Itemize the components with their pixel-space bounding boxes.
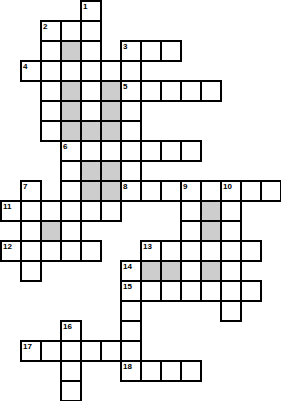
cell-c3-r6-shaded[interactable] <box>60 120 82 142</box>
cell-c7-r2[interactable] <box>140 40 162 62</box>
cell-c2-r3[interactable] <box>40 60 62 82</box>
clue-number-9: 9 <box>183 182 187 191</box>
cell-c3-r3[interactable] <box>60 60 82 82</box>
cell-c3-r10[interactable] <box>60 200 82 222</box>
cell-c7-r4[interactable] <box>140 80 162 102</box>
cell-c9-r11[interactable] <box>180 220 202 242</box>
cell-c3-r1[interactable] <box>60 20 82 42</box>
cell-c9-r4[interactable] <box>180 80 202 102</box>
cell-c3-r2-shaded[interactable] <box>60 40 82 62</box>
cell-c10-r10-shaded[interactable] <box>200 200 222 222</box>
cell-c9-r12[interactable] <box>180 240 202 262</box>
cell-c9-r10[interactable] <box>180 200 202 222</box>
clue-number-4: 4 <box>23 62 27 71</box>
clue-number-11: 11 <box>3 202 11 211</box>
cell-c6-r6[interactable] <box>120 120 142 142</box>
cell-c2-r2[interactable] <box>40 40 62 62</box>
cell-c4-r6-shaded[interactable] <box>80 120 102 142</box>
cell-c6-r14[interactable]: 15 <box>120 280 142 302</box>
cell-c0-r12[interactable]: 12 <box>0 240 22 262</box>
cell-c6-r4[interactable]: 5 <box>120 80 142 102</box>
cell-c3-r12[interactable] <box>60 240 82 262</box>
cell-c3-r7[interactable]: 6 <box>60 140 82 162</box>
crossword-puzzle: 123456789101112131415161718 <box>0 0 281 401</box>
cell-c8-r18[interactable] <box>160 360 182 382</box>
cell-c0-r10[interactable]: 11 <box>0 200 22 222</box>
cell-c1-r9[interactable]: 7 <box>20 180 42 202</box>
cell-c2-r10[interactable] <box>40 200 62 222</box>
cell-c6-r8[interactable] <box>120 160 142 182</box>
cell-c2-r17[interactable] <box>40 340 62 362</box>
clue-number-7: 7 <box>23 182 27 191</box>
cell-c8-r14[interactable] <box>160 280 182 302</box>
cell-c4-r5[interactable] <box>80 100 102 122</box>
cell-c3-r9[interactable] <box>60 180 82 202</box>
cell-c4-r9-shaded[interactable] <box>80 180 102 202</box>
cell-c5-r8-shaded[interactable] <box>100 160 122 182</box>
cell-c1-r10[interactable] <box>20 200 42 222</box>
clue-number-5: 5 <box>123 82 127 91</box>
cell-c6-r18[interactable]: 18 <box>120 360 142 382</box>
cell-c7-r13-shaded[interactable] <box>140 260 162 282</box>
cell-c11-r15[interactable] <box>220 300 242 322</box>
cell-c3-r11[interactable] <box>60 220 82 242</box>
cell-c6-r13[interactable]: 14 <box>120 260 142 282</box>
clue-number-18: 18 <box>123 362 132 371</box>
cell-c8-r2[interactable] <box>160 40 182 62</box>
cell-c6-r16[interactable] <box>120 320 142 342</box>
cell-c7-r14[interactable] <box>140 280 162 302</box>
cell-c8-r9[interactable] <box>160 180 182 202</box>
cell-c12-r12[interactable] <box>240 240 262 262</box>
clue-number-1: 1 <box>83 2 87 11</box>
clue-number-15: 15 <box>123 282 132 291</box>
cell-c6-r5[interactable] <box>120 100 142 122</box>
cell-c4-r8-shaded[interactable] <box>80 160 102 182</box>
cell-c3-r4-shaded[interactable] <box>60 80 82 102</box>
cell-c5-r10[interactable] <box>100 200 122 222</box>
cell-c12-r14[interactable] <box>240 280 262 302</box>
cell-c6-r3[interactable] <box>120 60 142 82</box>
cell-c3-r5-shaded[interactable] <box>60 100 82 122</box>
clue-number-8: 8 <box>123 182 127 191</box>
cell-c5-r5-shaded[interactable] <box>100 100 122 122</box>
crossword-board: 123456789101112131415161718 <box>0 0 281 401</box>
cell-c2-r1[interactable]: 2 <box>40 20 62 42</box>
cell-c1-r3[interactable]: 4 <box>20 60 42 82</box>
cell-c10-r11-shaded[interactable] <box>200 220 222 242</box>
cell-c13-r9[interactable] <box>260 180 281 202</box>
cell-c10-r12[interactable] <box>200 240 222 262</box>
cell-c9-r18[interactable] <box>180 360 202 382</box>
cell-c1-r12[interactable] <box>20 240 42 262</box>
cell-c4-r0[interactable]: 1 <box>80 0 102 22</box>
cell-c4-r12[interactable] <box>80 240 102 262</box>
cell-c1-r17[interactable]: 17 <box>20 340 42 362</box>
cell-c8-r7[interactable] <box>160 140 182 162</box>
cell-c10-r9[interactable] <box>200 180 222 202</box>
cell-c2-r11-shaded[interactable] <box>40 220 62 242</box>
cell-c4-r1[interactable] <box>80 20 102 42</box>
cell-c5-r6-shaded[interactable] <box>100 120 122 142</box>
cell-c11-r13[interactable] <box>220 260 242 282</box>
cell-c7-r18[interactable] <box>140 360 162 382</box>
clue-number-17: 17 <box>23 342 32 351</box>
cell-c3-r18[interactable] <box>60 360 82 382</box>
cell-c9-r9[interactable]: 9 <box>180 180 202 202</box>
cell-c2-r6[interactable] <box>40 120 62 142</box>
cell-c5-r7[interactable] <box>100 140 122 162</box>
cell-c12-r9[interactable] <box>240 180 262 202</box>
cell-c4-r3[interactable] <box>80 60 102 82</box>
cell-c6-r2[interactable]: 3 <box>120 40 142 62</box>
cell-c11-r12[interactable] <box>220 240 242 262</box>
cell-c3-r19[interactable] <box>60 380 82 401</box>
cell-c9-r7[interactable] <box>180 140 202 162</box>
cell-c8-r13-shaded[interactable] <box>160 260 182 282</box>
clue-number-10: 10 <box>223 182 232 191</box>
cell-c11-r10[interactable] <box>220 200 242 222</box>
cell-c4-r2[interactable] <box>80 40 102 62</box>
cell-c11-r11[interactable] <box>220 220 242 242</box>
cell-c10-r14[interactable] <box>200 280 222 302</box>
cell-c3-r16[interactable]: 16 <box>60 320 82 342</box>
cell-c2-r12[interactable] <box>40 240 62 262</box>
cell-c7-r7[interactable] <box>140 140 162 162</box>
cell-c9-r14[interactable] <box>180 280 202 302</box>
cell-c4-r7[interactable] <box>80 140 102 162</box>
cell-c6-r7[interactable] <box>120 140 142 162</box>
cell-c5-r3[interactable] <box>100 60 122 82</box>
cell-c8-r4[interactable] <box>160 80 182 102</box>
cell-c3-r8[interactable] <box>60 160 82 182</box>
cell-c10-r4[interactable] <box>200 80 222 102</box>
cell-c4-r4[interactable] <box>80 80 102 102</box>
clue-number-3: 3 <box>123 42 127 51</box>
cell-c3-r17[interactable] <box>60 340 82 362</box>
cell-c11-r9[interactable]: 10 <box>220 180 242 202</box>
cell-c5-r4-shaded[interactable] <box>100 80 122 102</box>
cell-c8-r12[interactable] <box>160 240 182 262</box>
cell-c10-r13-shaded[interactable] <box>200 260 222 282</box>
cell-c1-r13[interactable] <box>20 260 42 282</box>
cell-c4-r10[interactable] <box>80 200 102 222</box>
clue-number-12: 12 <box>3 242 12 251</box>
clue-number-13: 13 <box>143 242 152 251</box>
cell-c6-r9[interactable]: 8 <box>120 180 142 202</box>
clue-number-6: 6 <box>63 142 67 151</box>
clue-number-2: 2 <box>43 22 47 31</box>
clue-number-14: 14 <box>123 262 132 271</box>
cell-c4-r17[interactable] <box>80 340 102 362</box>
cell-c5-r9-shaded[interactable] <box>100 180 122 202</box>
cell-c1-r11[interactable] <box>20 220 42 242</box>
cell-c7-r9[interactable] <box>140 180 162 202</box>
cell-c11-r14[interactable] <box>220 280 242 302</box>
cell-c7-r12[interactable]: 13 <box>140 240 162 262</box>
cell-c5-r17[interactable] <box>100 340 122 362</box>
cell-c2-r5[interactable] <box>40 100 62 122</box>
clue-number-16: 16 <box>63 322 72 331</box>
cell-c2-r4[interactable] <box>40 80 62 102</box>
cell-c6-r17[interactable] <box>120 340 142 362</box>
cell-c6-r15[interactable] <box>120 300 142 322</box>
cell-c9-r13[interactable] <box>180 260 202 282</box>
